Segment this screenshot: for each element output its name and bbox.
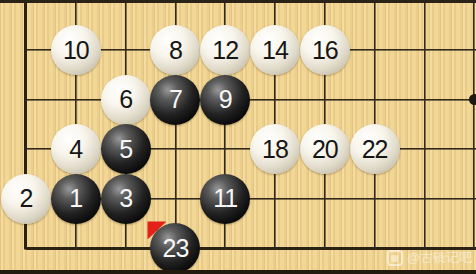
- stone-white-16: 16: [300, 25, 350, 75]
- move-number: 12: [212, 38, 238, 63]
- board-point-A4: [1, 75, 51, 125]
- board-point-G5: 16: [300, 25, 350, 75]
- board-point-J4: [399, 75, 449, 125]
- move-number: 4: [69, 137, 82, 162]
- board-point-D3: [150, 124, 200, 174]
- move-number: 1: [69, 186, 82, 211]
- stone-black-9: 9: [200, 75, 250, 125]
- board-point-K3: [449, 124, 476, 174]
- board-point-C2: 3: [101, 174, 151, 224]
- board-point-J5: [399, 25, 449, 75]
- stone-black-1: 1: [51, 174, 101, 224]
- board-point-H5: [350, 25, 400, 75]
- board-point-D6: [150, 0, 200, 25]
- board-point-B6: [51, 0, 101, 25]
- board-point-F3: 18: [250, 124, 300, 174]
- top-border: [0, 0, 476, 3]
- board-point-F6: [250, 0, 300, 25]
- board-point-A5: [1, 25, 51, 75]
- move-number: 6: [119, 87, 132, 112]
- board-point-C4: 6: [101, 75, 151, 125]
- move-number: 8: [169, 38, 182, 63]
- board-point-F2: [250, 174, 300, 224]
- board-point-A6: [1, 0, 51, 25]
- board-point-F1: [250, 223, 300, 273]
- stone-white-6: 6: [101, 75, 151, 125]
- watermark: @古镜记吧: [387, 249, 472, 267]
- board-point-E4: 9: [200, 75, 250, 125]
- board-point-G6: [300, 0, 350, 25]
- board-point-J3: [399, 124, 449, 174]
- tieba-logo-icon: [387, 250, 403, 266]
- board-point-C5: [101, 25, 151, 75]
- move-number: 3: [119, 186, 132, 211]
- board-point-K6: [449, 0, 476, 25]
- move-number: 18: [262, 137, 288, 162]
- stone-black-3: 3: [101, 174, 151, 224]
- board-point-B5: 10: [51, 25, 101, 75]
- board-point-J6: [399, 0, 449, 25]
- move-number: 11: [213, 186, 237, 211]
- move-number: 14: [262, 38, 288, 63]
- board-point-C1: [101, 223, 151, 273]
- board-point-D1: 23: [150, 223, 200, 273]
- board-point-H6: [350, 0, 400, 25]
- stone-black-5: 5: [101, 124, 151, 174]
- board-point-G4: [300, 75, 350, 125]
- stone-white-20: 20: [300, 124, 350, 174]
- move-number: 9: [219, 87, 232, 112]
- board-point-K4: [449, 75, 476, 125]
- move-number: 10: [63, 38, 89, 63]
- stone-white-18: 18: [250, 124, 300, 174]
- board-point-F4: [250, 75, 300, 125]
- go-diagram-screenshot: 108121416679451820222131123 @古镜记吧: [0, 0, 476, 274]
- board-point-A2: 2: [1, 174, 51, 224]
- board-point-F5: 14: [250, 25, 300, 75]
- board-point-B2: 1: [51, 174, 101, 224]
- go-board: 108121416679451820222131123: [1, 0, 476, 273]
- board-point-G1: [300, 223, 350, 273]
- board-point-B1: [51, 223, 101, 273]
- star-point-K4: [469, 94, 476, 105]
- board-point-D2: [150, 174, 200, 224]
- board-point-A3: [1, 124, 51, 174]
- move-number: 23: [162, 236, 188, 261]
- board-point-C3: 5: [101, 124, 151, 174]
- board-point-H4: [350, 75, 400, 125]
- stone-white-22: 22: [350, 124, 400, 174]
- board-point-K2: [449, 174, 476, 224]
- board-point-G2: [300, 174, 350, 224]
- stone-black-7: 7: [150, 75, 200, 125]
- board-point-E3: [200, 124, 250, 174]
- board-point-J2: [399, 174, 449, 224]
- watermark-text: @古镜记吧: [407, 249, 472, 267]
- stone-black-23: 23: [150, 223, 200, 273]
- board-point-H2: [350, 174, 400, 224]
- stone-white-10: 10: [51, 25, 101, 75]
- board-point-H3: 22: [350, 124, 400, 174]
- board-point-E6: [200, 0, 250, 25]
- board-point-D4: 7: [150, 75, 200, 125]
- move-number: 22: [362, 137, 388, 162]
- stone-white-2: 2: [1, 174, 51, 224]
- move-number: 7: [169, 87, 182, 112]
- stone-white-14: 14: [250, 25, 300, 75]
- stone-black-11: 11: [200, 174, 250, 224]
- move-number: 2: [20, 186, 33, 211]
- board-point-G3: 20: [300, 124, 350, 174]
- stone-white-8: 8: [150, 25, 200, 75]
- board-point-K5: [449, 25, 476, 75]
- board-point-E1: [200, 223, 250, 273]
- board-point-E5: 12: [200, 25, 250, 75]
- board-point-D5: 8: [150, 25, 200, 75]
- board-point-B3: 4: [51, 124, 101, 174]
- stone-white-4: 4: [51, 124, 101, 174]
- board-point-C6: [101, 0, 151, 25]
- move-number: 20: [312, 137, 338, 162]
- move-number: 16: [312, 38, 338, 63]
- move-number: 5: [119, 137, 132, 162]
- board-point-E2: 11: [200, 174, 250, 224]
- board-point-A1: [1, 223, 51, 273]
- board-point-B4: [51, 75, 101, 125]
- stone-white-12: 12: [200, 25, 250, 75]
- bottom-border: [0, 270, 476, 274]
